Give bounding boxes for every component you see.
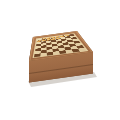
product-photo-stage	[0, 0, 120, 120]
